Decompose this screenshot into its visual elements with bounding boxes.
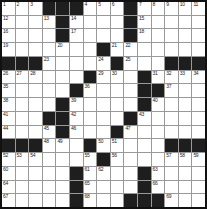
grid-cell[interactable] (179, 181, 192, 194)
clue-number: 59 (193, 153, 198, 158)
crossword-puzzle: 1234567891011121314151617181920212223242… (0, 0, 207, 209)
grid-cell[interactable] (152, 126, 165, 139)
clue-number: 38 (3, 98, 8, 103)
grid-cell[interactable] (43, 153, 56, 166)
grid-cell[interactable]: 16 (2, 29, 15, 42)
clue-number: 69 (166, 194, 171, 199)
grid-cell[interactable] (138, 153, 151, 166)
grid-cell[interactable]: 52 (2, 153, 15, 166)
clue-number: 18 (139, 29, 144, 34)
clue-number: 3 (30, 2, 32, 7)
grid-cell[interactable]: 22 (124, 43, 137, 56)
grid-cell[interactable] (97, 16, 110, 29)
clue-number: 9 (166, 2, 168, 7)
clue-number: 45 (44, 126, 49, 131)
grid-cell[interactable] (84, 112, 97, 125)
grid-cell[interactable] (179, 112, 192, 125)
black-cell (70, 194, 83, 207)
grid-cell[interactable] (16, 167, 29, 180)
grid-cell[interactable] (43, 29, 56, 42)
grid-cell[interactable] (179, 29, 192, 42)
grid-cell[interactable] (179, 126, 192, 139)
clue-number: 30 (112, 71, 117, 76)
clue-number: 62 (98, 167, 103, 172)
black-cell (124, 194, 137, 207)
black-cell (29, 57, 42, 70)
clue-number: 7 (139, 2, 141, 7)
grid-cell[interactable]: 5 (97, 2, 110, 15)
grid-cell[interactable]: 57 (165, 153, 178, 166)
grid-cell[interactable]: 1 (2, 2, 15, 15)
clue-number: 53 (17, 153, 22, 158)
black-cell (111, 57, 124, 70)
black-cell (70, 181, 83, 194)
clue-number: 60 (3, 167, 8, 172)
grid-cell[interactable] (56, 153, 69, 166)
grid-cell[interactable]: 30 (111, 71, 124, 84)
grid-cell[interactable]: 11 (192, 2, 205, 15)
grid-cell[interactable] (16, 98, 29, 111)
grid-cell[interactable]: 51 (111, 139, 124, 152)
clue-number: 28 (30, 71, 35, 76)
grid-cell[interactable] (192, 181, 205, 194)
grid-cell[interactable]: 14 (70, 16, 83, 29)
grid-cell[interactable]: 6 (111, 2, 124, 15)
grid-cell[interactable] (56, 71, 69, 84)
black-cell (56, 98, 69, 111)
black-cell (138, 71, 151, 84)
clue-number: 39 (71, 98, 76, 103)
clue-number: 5 (98, 2, 100, 7)
grid-cell[interactable] (152, 16, 165, 29)
grid-cell[interactable]: 29 (97, 71, 110, 84)
grid-cell[interactable]: 69 (165, 194, 178, 207)
clue-number: 25 (125, 57, 130, 62)
clue-number: 13 (44, 16, 49, 21)
grid-cell[interactable] (16, 43, 29, 56)
black-cell (97, 153, 110, 166)
grid-cell[interactable] (70, 139, 83, 152)
black-cell (16, 57, 29, 70)
grid-cell[interactable]: 40 (152, 98, 165, 111)
black-cell (29, 139, 42, 152)
grid-cell[interactable] (29, 126, 42, 139)
grid-cell[interactable]: 42 (70, 112, 83, 125)
grid-cell[interactable]: 32 (165, 71, 178, 84)
grid-cell[interactable] (111, 29, 124, 42)
grid-cell[interactable]: 20 (56, 43, 69, 56)
grid-cell[interactable]: 61 (84, 167, 97, 180)
grid-cell[interactable] (16, 84, 29, 97)
grid-cell[interactable] (111, 98, 124, 111)
grid-cell[interactable] (16, 16, 29, 29)
grid-cell[interactable] (84, 16, 97, 29)
clue-number: 19 (3, 43, 8, 48)
black-cell (43, 2, 56, 15)
grid-cell[interactable]: 38 (2, 98, 15, 111)
grid-cell[interactable]: 55 (84, 153, 97, 166)
grid-cell[interactable] (152, 153, 165, 166)
black-cell (16, 139, 29, 152)
grid-cell[interactable] (97, 181, 110, 194)
clue-number: 55 (85, 153, 90, 158)
clue-number: 48 (44, 139, 49, 144)
grid-cell[interactable]: 36 (84, 84, 97, 97)
black-cell (138, 194, 151, 207)
grid-cell[interactable]: 23 (43, 57, 56, 70)
clue-number: 54 (30, 153, 35, 158)
clue-number: 64 (3, 181, 8, 186)
clue-number: 65 (85, 181, 90, 186)
clue-number: 10 (180, 2, 185, 7)
black-cell (152, 194, 165, 207)
grid-cell[interactable] (70, 57, 83, 70)
grid-cell[interactable]: 13 (43, 16, 56, 29)
grid-cell[interactable]: 28 (29, 71, 42, 84)
grid-cell[interactable]: 63 (152, 167, 165, 180)
grid-cell[interactable]: 53 (16, 153, 29, 166)
grid-cell[interactable] (152, 139, 165, 152)
black-cell (152, 84, 165, 97)
clue-number: 12 (3, 16, 8, 21)
grid-cell[interactable] (165, 98, 178, 111)
clue-number: 37 (166, 84, 171, 89)
clue-number: 11 (193, 2, 198, 7)
black-cell (111, 126, 124, 139)
grid-cell[interactable] (165, 167, 178, 180)
black-cell (70, 2, 83, 15)
clue-number: 68 (85, 194, 90, 199)
clue-number: 20 (57, 43, 62, 48)
grid-cell[interactable]: 35 (2, 84, 15, 97)
clue-number: 17 (71, 29, 76, 34)
grid-cell[interactable]: 26 (2, 71, 15, 84)
black-cell (138, 84, 151, 97)
clue-number: 27 (17, 71, 22, 76)
black-cell (138, 98, 151, 111)
grid-cell[interactable] (97, 98, 110, 111)
grid-cell[interactable] (29, 43, 42, 56)
grid-cell[interactable]: 3 (29, 2, 42, 15)
grid-cell[interactable] (165, 112, 178, 125)
grid-cell[interactable]: 10 (179, 2, 192, 15)
grid-cell[interactable] (111, 16, 124, 29)
grid-cell[interactable] (152, 57, 165, 70)
clue-number: 46 (71, 126, 76, 131)
grid-cell[interactable] (84, 98, 97, 111)
grid-cell[interactable] (111, 194, 124, 207)
black-cell (56, 29, 69, 42)
black-cell (56, 112, 69, 125)
clue-number: 16 (3, 29, 8, 34)
clue-number: 15 (139, 16, 144, 21)
grid-cell[interactable]: 46 (70, 126, 83, 139)
grid-cell[interactable]: 25 (124, 57, 137, 70)
grid-cell[interactable] (152, 29, 165, 42)
grid-cell[interactable]: 48 (43, 139, 56, 152)
grid-cell[interactable]: 8 (152, 2, 165, 15)
grid-cell[interactable] (179, 84, 192, 97)
grid-cell[interactable]: 24 (97, 57, 110, 70)
grid-cell[interactable] (124, 181, 137, 194)
clue-number: 4 (85, 2, 87, 7)
grid-cell[interactable] (84, 29, 97, 42)
clue-number: 66 (153, 181, 158, 186)
grid-cell[interactable] (192, 29, 205, 42)
grid-cell[interactable]: 58 (179, 153, 192, 166)
clue-number: 22 (125, 43, 130, 48)
grid-cell[interactable]: 49 (56, 139, 69, 152)
black-cell (124, 29, 137, 42)
clue-number: 21 (112, 43, 117, 48)
grid-cell[interactable] (124, 139, 137, 152)
black-cell (70, 84, 83, 97)
grid-cell[interactable] (192, 194, 205, 207)
grid-cell[interactable] (138, 139, 151, 152)
black-cell (70, 167, 83, 180)
clue-number: 58 (180, 153, 185, 158)
black-cell (165, 57, 178, 70)
clue-number: 49 (57, 139, 62, 144)
clue-number: 50 (98, 139, 103, 144)
grid-cell[interactable] (192, 126, 205, 139)
grid-cell[interactable] (97, 29, 110, 42)
grid-cell[interactable] (56, 167, 69, 180)
grid-cell[interactable] (111, 112, 124, 125)
grid-cell[interactable] (97, 126, 110, 139)
grid-cell[interactable] (111, 84, 124, 97)
grid-cell[interactable] (56, 194, 69, 207)
black-cell (84, 71, 97, 84)
grid-cell[interactable] (192, 43, 205, 56)
black-cell (2, 57, 15, 70)
grid-cell[interactable]: 12 (2, 16, 15, 29)
grid-cell[interactable] (29, 98, 42, 111)
grid-cell[interactable]: 65 (84, 181, 97, 194)
clue-number: 43 (139, 112, 144, 117)
grid-cell[interactable] (192, 16, 205, 29)
grid-cell[interactable]: 2 (16, 2, 29, 15)
grid-cell[interactable]: 27 (16, 71, 29, 84)
grid-cell[interactable]: 60 (2, 167, 15, 180)
clue-number: 40 (153, 98, 158, 103)
grid-cell[interactable] (43, 167, 56, 180)
clue-number: 52 (3, 153, 8, 158)
clue-number: 29 (98, 71, 103, 76)
grid-cell[interactable]: 68 (84, 194, 97, 207)
clue-number: 24 (98, 57, 103, 62)
grid-cell[interactable] (97, 112, 110, 125)
grid-cell[interactable]: 47 (124, 126, 137, 139)
clue-number: 42 (71, 112, 76, 117)
grid-cell[interactable]: 39 (70, 98, 83, 111)
grid-cell[interactable]: 54 (29, 153, 42, 166)
grid-cell[interactable]: 4 (84, 2, 97, 15)
black-cell (179, 139, 192, 152)
grid-cell[interactable]: 7 (138, 2, 151, 15)
clue-number: 2 (17, 2, 19, 7)
black-cell (124, 112, 137, 125)
black-cell (192, 57, 205, 70)
clue-number: 44 (3, 126, 8, 131)
grid-cell[interactable] (29, 16, 42, 29)
grid-cell[interactable] (138, 57, 151, 70)
grid-cell[interactable] (152, 112, 165, 125)
black-cell (179, 57, 192, 70)
black-cell (192, 139, 205, 152)
grid-cell[interactable] (29, 194, 42, 207)
black-cell (97, 43, 110, 56)
black-cell (43, 112, 56, 125)
clue-number: 41 (3, 112, 8, 117)
grid-cell[interactable] (192, 112, 205, 125)
grid-cell[interactable] (84, 43, 97, 56)
grid-cell[interactable] (165, 16, 178, 29)
black-cell (56, 126, 69, 139)
crossword-grid: 1234567891011121314151617181920212223242… (0, 0, 207, 209)
grid-cell[interactable] (70, 71, 83, 84)
grid-cell[interactable] (152, 43, 165, 56)
black-cell (138, 167, 151, 180)
clue-number: 34 (193, 71, 198, 76)
grid-cell[interactable]: 9 (165, 2, 178, 15)
grid-cell[interactable] (16, 126, 29, 139)
grid-cell[interactable] (43, 71, 56, 84)
grid-cell[interactable] (138, 43, 151, 56)
clue-number: 23 (44, 57, 49, 62)
grid-cell[interactable] (165, 29, 178, 42)
grid-cell[interactable] (16, 112, 29, 125)
clue-number: 56 (112, 153, 117, 158)
clue-number: 61 (85, 167, 90, 172)
grid-cell[interactable] (43, 84, 56, 97)
grid-cell[interactable] (43, 194, 56, 207)
grid-cell[interactable] (165, 126, 178, 139)
grid-cell[interactable] (56, 84, 69, 97)
grid-cell[interactable]: 50 (97, 139, 110, 152)
grid-cell[interactable] (70, 43, 83, 56)
grid-cell[interactable] (43, 43, 56, 56)
grid-cell[interactable] (97, 194, 110, 207)
grid-cell[interactable] (16, 194, 29, 207)
grid-cell[interactable] (179, 98, 192, 111)
clue-number: 63 (153, 167, 158, 172)
clue-number: 14 (71, 16, 76, 21)
grid-cell[interactable] (84, 126, 97, 139)
grid-cell[interactable] (97, 84, 110, 97)
grid-cell[interactable] (43, 181, 56, 194)
grid-cell[interactable]: 44 (2, 126, 15, 139)
grid-cell[interactable] (84, 57, 97, 70)
black-cell (84, 139, 97, 152)
grid-cell[interactable] (192, 167, 205, 180)
clue-number: 67 (3, 194, 8, 199)
grid-cell[interactable] (70, 153, 83, 166)
clue-number: 8 (153, 2, 155, 7)
grid-cell[interactable] (29, 84, 42, 97)
grid-cell[interactable] (165, 43, 178, 56)
clue-number: 36 (85, 84, 90, 89)
grid-cell[interactable]: 64 (2, 181, 15, 194)
grid-cell[interactable]: 56 (111, 153, 124, 166)
clue-number: 57 (166, 153, 171, 158)
grid-cell[interactable] (29, 181, 42, 194)
clue-number: 31 (153, 71, 158, 76)
grid-cell[interactable]: 34 (192, 71, 205, 84)
black-cell (124, 16, 137, 29)
clue-number: 1 (3, 2, 5, 7)
grid-cell[interactable]: 33 (179, 71, 192, 84)
grid-cell[interactable]: 41 (2, 112, 15, 125)
grid-cell[interactable] (179, 167, 192, 180)
grid-cell[interactable]: 66 (152, 181, 165, 194)
grid-cell[interactable]: 19 (2, 43, 15, 56)
black-cell (165, 139, 178, 152)
clue-number: 35 (3, 84, 8, 89)
black-cell (56, 16, 69, 29)
grid-cell[interactable] (192, 84, 205, 97)
grid-cell[interactable] (179, 194, 192, 207)
grid-cell[interactable]: 37 (165, 84, 178, 97)
grid-cell[interactable] (179, 16, 192, 29)
clue-number: 6 (112, 2, 114, 7)
clue-number: 33 (180, 71, 185, 76)
grid-cell[interactable]: 62 (97, 167, 110, 180)
grid-cell[interactable] (124, 71, 137, 84)
grid-cell[interactable] (124, 98, 137, 111)
grid-cell[interactable]: 67 (2, 194, 15, 207)
grid-cell[interactable] (16, 181, 29, 194)
grid-cell[interactable] (43, 98, 56, 111)
grid-cell[interactable]: 21 (111, 43, 124, 56)
black-cell (2, 139, 15, 152)
grid-cell[interactable] (111, 181, 124, 194)
grid-cell[interactable] (165, 181, 178, 194)
grid-cell[interactable] (124, 84, 137, 97)
grid-cell[interactable] (29, 167, 42, 180)
grid-cell[interactable] (138, 126, 151, 139)
grid-cell[interactable]: 18 (138, 29, 151, 42)
grid-cell[interactable] (124, 153, 137, 166)
grid-cell[interactable] (124, 167, 137, 180)
clue-number: 47 (125, 126, 130, 131)
clue-number: 32 (166, 71, 171, 76)
grid-cell[interactable]: 43 (138, 112, 151, 125)
grid-cell[interactable]: 59 (192, 153, 205, 166)
clue-number: 26 (3, 71, 8, 76)
grid-cell[interactable]: 15 (138, 16, 151, 29)
black-cell (124, 2, 137, 15)
grid-cell[interactable] (56, 181, 69, 194)
grid-cell[interactable] (179, 43, 192, 56)
grid-cell[interactable] (16, 29, 29, 42)
black-cell (56, 2, 69, 15)
grid-cell[interactable]: 45 (43, 126, 56, 139)
grid-cell[interactable] (29, 29, 42, 42)
grid-cell[interactable]: 31 (152, 71, 165, 84)
clue-number: 51 (112, 139, 117, 144)
grid-cell[interactable] (111, 167, 124, 180)
black-cell (138, 181, 151, 194)
grid-cell[interactable] (56, 57, 69, 70)
grid-cell[interactable] (192, 98, 205, 111)
grid-cell[interactable]: 17 (70, 29, 83, 42)
grid-cell[interactable] (29, 112, 42, 125)
